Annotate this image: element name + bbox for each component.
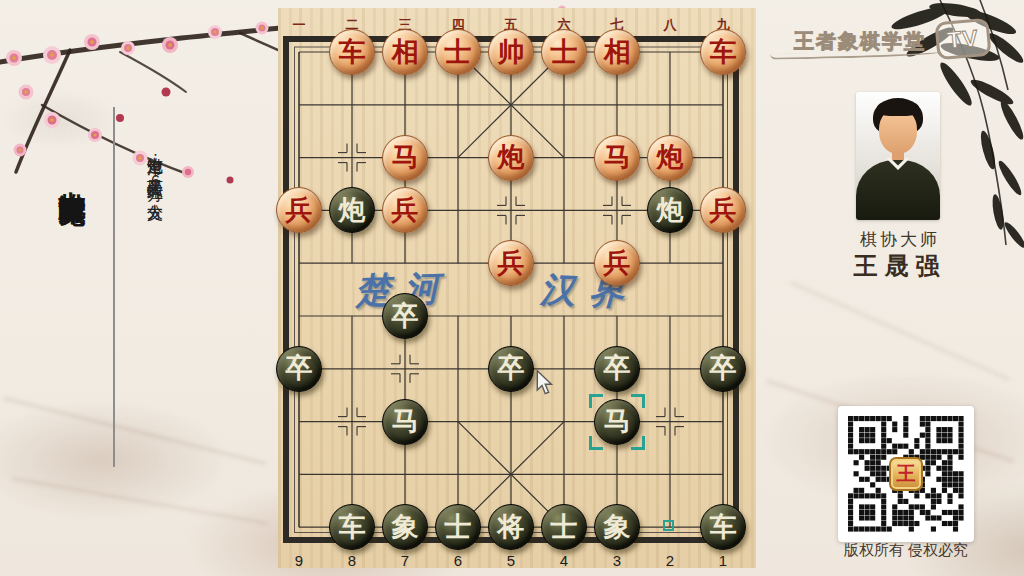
red-piece-炮[interactable]: 炮 <box>488 135 534 181</box>
file-label-bottom: 9 <box>287 552 311 569</box>
file-label-bottom: 5 <box>499 552 523 569</box>
black-piece-士[interactable]: 士 <box>435 504 481 550</box>
black-piece-马[interactable]: 马 <box>382 399 428 445</box>
background-wash <box>0 90 120 150</box>
red-piece-帅[interactable]: 帅 <box>488 29 534 75</box>
tv-badge: TV <box>934 18 991 61</box>
black-piece-卒[interactable]: 卒 <box>276 346 322 392</box>
red-piece-炮[interactable]: 炮 <box>647 135 693 181</box>
qr-center-logo: 王 <box>889 457 923 491</box>
red-piece-车[interactable]: 车 <box>700 29 746 75</box>
qr-logo-character: 王 <box>897 461 916 487</box>
file-label-bottom: 4 <box>552 552 576 569</box>
file-label-top: 八 <box>658 16 682 34</box>
red-piece-马[interactable]: 马 <box>594 135 640 181</box>
file-label-bottom: 3 <box>605 552 629 569</box>
background-wash <box>12 477 268 524</box>
file-label-bottom: 1 <box>711 552 735 569</box>
black-piece-卒[interactable]: 卒 <box>594 346 640 392</box>
presenter-name: 王晟强 <box>834 250 966 282</box>
file-label-bottom: 6 <box>446 552 470 569</box>
presenter-fringe <box>877 100 919 116</box>
qr-code: 王 <box>838 406 974 542</box>
video-frame: { "game": "xiangqi", "channel": { "logo_… <box>0 0 1024 576</box>
black-piece-车[interactable]: 车 <box>700 504 746 550</box>
black-piece-象[interactable]: 象 <box>382 504 428 550</box>
logo-text: 王者象棋学堂 <box>794 28 954 55</box>
black-piece-马[interactable]: 马 <box>594 399 640 445</box>
black-piece-卒[interactable]: 卒 <box>488 346 534 392</box>
board-grid <box>278 8 756 568</box>
red-piece-士[interactable]: 士 <box>541 29 587 75</box>
black-piece-将[interactable]: 将 <box>488 504 534 550</box>
mouse-cursor <box>536 370 554 396</box>
black-piece-士[interactable]: 士 <box>541 504 587 550</box>
file-label-top: 一 <box>287 16 311 34</box>
red-piece-士[interactable]: 士 <box>435 29 481 75</box>
file-label-bottom: 2 <box>658 552 682 569</box>
background-wash <box>4 397 266 464</box>
red-piece-兵[interactable]: 兵 <box>488 240 534 286</box>
black-piece-车[interactable]: 车 <box>329 504 375 550</box>
black-piece-卒[interactable]: 卒 <box>382 293 428 339</box>
last-move-from-marker <box>663 520 674 531</box>
presenter-title: 棋协大师 <box>838 228 962 251</box>
red-piece-车[interactable]: 车 <box>329 29 375 75</box>
lesson-title: 中炮过河车对两头蛇 <box>54 170 90 430</box>
title-divider <box>113 107 115 467</box>
xiangqi-board[interactable]: 楚河 汉界 一二三四五六七八九 987654321 车相士帅士相车马炮马炮兵兵兵… <box>278 8 756 568</box>
lesson-subtitle: 中炮过河车:黑两头蛇红方6大分支 <box>144 144 165 444</box>
black-piece-象[interactable]: 象 <box>594 504 640 550</box>
background-wash <box>790 281 1010 380</box>
background-wash <box>0 400 230 520</box>
red-piece-兵[interactable]: 兵 <box>594 240 640 286</box>
black-piece-卒[interactable]: 卒 <box>700 346 746 392</box>
red-piece-相[interactable]: 相 <box>594 29 640 75</box>
red-piece-相[interactable]: 相 <box>382 29 428 75</box>
copyright-notice: 版权所有 侵权必究 <box>840 541 972 560</box>
file-label-bottom: 8 <box>340 552 364 569</box>
tv-badge-label: TV <box>946 24 980 54</box>
file-label-bottom: 7 <box>393 552 417 569</box>
presenter-photo <box>856 92 940 220</box>
red-piece-马[interactable]: 马 <box>382 135 428 181</box>
